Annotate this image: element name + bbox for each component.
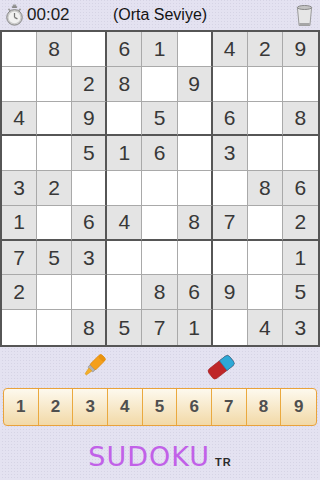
sudoku-cell-r1c2[interactable]: 8 bbox=[37, 32, 72, 67]
sudoku-cell-r4c1[interactable] bbox=[2, 136, 37, 171]
sudoku-cell-r1c6[interactable] bbox=[178, 32, 213, 67]
sudoku-cell-r3c8[interactable] bbox=[248, 102, 283, 137]
sudoku-cell-r7c1[interactable]: 7 bbox=[2, 241, 37, 276]
sudoku-cell-r4c9[interactable] bbox=[283, 136, 318, 171]
sudoku-cell-r1c9[interactable]: 9 bbox=[283, 32, 318, 67]
sudoku-cell-r9c1[interactable] bbox=[2, 310, 37, 345]
sudoku-cell-r2c6[interactable]: 9 bbox=[178, 67, 213, 102]
sudoku-cell-r4c7[interactable]: 3 bbox=[213, 136, 248, 171]
sudoku-cell-r6c7[interactable]: 7 bbox=[213, 206, 248, 241]
sudoku-cell-r5c4[interactable] bbox=[107, 171, 142, 206]
numpad-button-3[interactable]: 3 bbox=[73, 389, 108, 425]
sudoku-cell-r7c7[interactable] bbox=[213, 241, 248, 276]
sudoku-cell-r4c6[interactable] bbox=[178, 136, 213, 171]
sudoku-cell-r5c6[interactable] bbox=[178, 171, 213, 206]
logo-title: SUDOKU bbox=[88, 441, 210, 472]
sudoku-cell-r5c5[interactable] bbox=[142, 171, 177, 206]
numpad-button-1[interactable]: 1 bbox=[4, 389, 39, 425]
top-bar: 00:02 (Orta Seviye) bbox=[0, 0, 320, 30]
sudoku-cell-r3c7[interactable]: 6 bbox=[213, 102, 248, 137]
sudoku-cell-r7c6[interactable] bbox=[178, 241, 213, 276]
app-logo: SUDOKU TR bbox=[0, 441, 320, 472]
sudoku-cell-r8c8[interactable] bbox=[248, 275, 283, 310]
number-pad: 123456789 bbox=[3, 388, 317, 426]
trash-button[interactable] bbox=[294, 4, 315, 27]
sudoku-cell-r7c9[interactable]: 1 bbox=[283, 241, 318, 276]
sudoku-cell-r6c2[interactable] bbox=[37, 206, 72, 241]
sudoku-cell-r1c5[interactable]: 1 bbox=[142, 32, 177, 67]
sudoku-cell-r6c8[interactable] bbox=[248, 206, 283, 241]
sudoku-cell-r2c8[interactable] bbox=[248, 67, 283, 102]
sudoku-cell-r8c6[interactable]: 6 bbox=[178, 275, 213, 310]
sudoku-cell-r2c2[interactable] bbox=[37, 67, 72, 102]
sudoku-cell-r9c9[interactable]: 3 bbox=[283, 310, 318, 345]
sudoku-cell-r6c3[interactable]: 6 bbox=[72, 206, 107, 241]
sudoku-cell-r5c2[interactable]: 2 bbox=[37, 171, 72, 206]
sudoku-cell-r6c5[interactable] bbox=[142, 206, 177, 241]
sudoku-cell-r3c4[interactable] bbox=[107, 102, 142, 137]
sudoku-cell-r1c8[interactable]: 2 bbox=[248, 32, 283, 67]
sudoku-grid: 8614292894956851633286164872753128695857… bbox=[0, 30, 320, 347]
sudoku-cell-r2c7[interactable] bbox=[213, 67, 248, 102]
sudoku-cell-r8c5[interactable]: 8 bbox=[142, 275, 177, 310]
sudoku-cell-r9c3[interactable]: 8 bbox=[72, 310, 107, 345]
sudoku-cell-r4c3[interactable]: 5 bbox=[72, 136, 107, 171]
sudoku-cell-r6c9[interactable]: 2 bbox=[283, 206, 318, 241]
eraser-icon bbox=[204, 351, 238, 383]
sudoku-cell-r7c2[interactable]: 5 bbox=[37, 241, 72, 276]
sudoku-cell-r2c9[interactable] bbox=[283, 67, 318, 102]
sudoku-cell-r2c4[interactable]: 8 bbox=[107, 67, 142, 102]
sudoku-cell-r5c7[interactable] bbox=[213, 171, 248, 206]
sudoku-cell-r1c3[interactable] bbox=[72, 32, 107, 67]
sudoku-cell-r1c4[interactable]: 6 bbox=[107, 32, 142, 67]
sudoku-cell-r9c5[interactable]: 7 bbox=[142, 310, 177, 345]
marker-button[interactable] bbox=[79, 351, 109, 383]
sudoku-cell-r8c1[interactable]: 2 bbox=[2, 275, 37, 310]
sudoku-cell-r3c1[interactable]: 4 bbox=[2, 102, 37, 137]
sudoku-cell-r5c8[interactable]: 8 bbox=[248, 171, 283, 206]
sudoku-cell-r6c6[interactable]: 8 bbox=[178, 206, 213, 241]
sudoku-cell-r1c1[interactable] bbox=[2, 32, 37, 67]
sudoku-cell-r3c2[interactable] bbox=[37, 102, 72, 137]
marker-icon bbox=[79, 351, 109, 383]
sudoku-cell-r3c3[interactable]: 9 bbox=[72, 102, 107, 137]
sudoku-cell-r9c6[interactable]: 1 bbox=[178, 310, 213, 345]
sudoku-cell-r5c1[interactable]: 3 bbox=[2, 171, 37, 206]
numpad-button-5[interactable]: 5 bbox=[143, 389, 178, 425]
sudoku-cell-r6c1[interactable]: 1 bbox=[2, 206, 37, 241]
sudoku-cell-r7c5[interactable] bbox=[142, 241, 177, 276]
sudoku-cell-r4c2[interactable] bbox=[37, 136, 72, 171]
timer-value: 00:02 bbox=[27, 5, 70, 25]
sudoku-cell-r9c7[interactable] bbox=[213, 310, 248, 345]
sudoku-cell-r7c3[interactable]: 3 bbox=[72, 241, 107, 276]
numpad-button-4[interactable]: 4 bbox=[108, 389, 143, 425]
sudoku-cell-r3c9[interactable]: 8 bbox=[283, 102, 318, 137]
sudoku-cell-r1c7[interactable]: 4 bbox=[213, 32, 248, 67]
sudoku-cell-r5c9[interactable]: 6 bbox=[283, 171, 318, 206]
sudoku-cell-r9c2[interactable] bbox=[37, 310, 72, 345]
sudoku-cell-r2c1[interactable] bbox=[2, 67, 37, 102]
sudoku-cell-r9c8[interactable]: 4 bbox=[248, 310, 283, 345]
sudoku-app: 00:02 (Orta Seviye) 86142928949568516332… bbox=[0, 0, 320, 480]
sudoku-cell-r8c2[interactable] bbox=[37, 275, 72, 310]
trash-icon bbox=[294, 4, 315, 27]
sudoku-cell-r7c8[interactable] bbox=[248, 241, 283, 276]
numpad-button-9[interactable]: 9 bbox=[281, 389, 316, 425]
sudoku-cell-r5c3[interactable] bbox=[72, 171, 107, 206]
sudoku-cell-r8c3[interactable] bbox=[72, 275, 107, 310]
sudoku-cell-r8c7[interactable]: 9 bbox=[213, 275, 248, 310]
sudoku-cell-r9c4[interactable]: 5 bbox=[107, 310, 142, 345]
sudoku-cell-r8c9[interactable]: 5 bbox=[283, 275, 318, 310]
sudoku-cell-r6c4[interactable]: 4 bbox=[107, 206, 142, 241]
numpad-button-2[interactable]: 2 bbox=[39, 389, 74, 425]
sudoku-cell-r2c3[interactable]: 2 bbox=[72, 67, 107, 102]
sudoku-cell-r4c5[interactable]: 6 bbox=[142, 136, 177, 171]
numpad-button-6[interactable]: 6 bbox=[177, 389, 212, 425]
numpad-button-8[interactable]: 8 bbox=[247, 389, 282, 425]
sudoku-cell-r8c4[interactable] bbox=[107, 275, 142, 310]
sudoku-cell-r4c8[interactable] bbox=[248, 136, 283, 171]
sudoku-cell-r3c6[interactable] bbox=[178, 102, 213, 137]
sudoku-cell-r3c5[interactable]: 5 bbox=[142, 102, 177, 137]
sudoku-cell-r4c4[interactable]: 1 bbox=[107, 136, 142, 171]
eraser-button[interactable] bbox=[204, 351, 238, 383]
sudoku-cell-r2c5[interactable] bbox=[142, 67, 177, 102]
stopwatch-icon bbox=[5, 4, 24, 26]
tool-bar bbox=[0, 347, 320, 388]
logo-suffix: TR bbox=[215, 456, 232, 468]
timer: 00:02 bbox=[5, 4, 70, 26]
numpad-button-7[interactable]: 7 bbox=[212, 389, 247, 425]
sudoku-cell-r7c4[interactable] bbox=[107, 241, 142, 276]
